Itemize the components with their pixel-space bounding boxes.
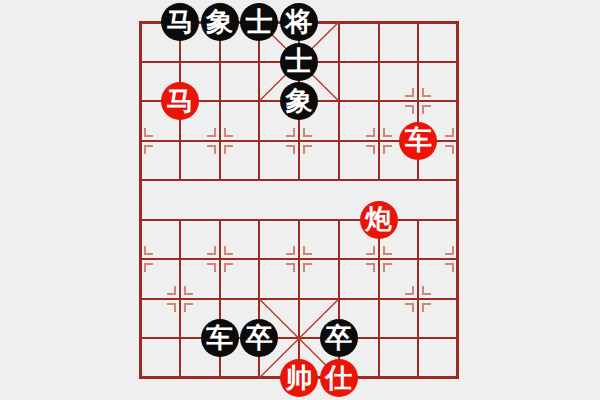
xiangqi-board: 马象士将士象马车炮车卒卒帅仕 [140, 22, 458, 378]
piece-black-advisor[interactable]: 士 [240, 3, 278, 41]
piece-red-horse[interactable]: 马 [161, 82, 199, 120]
piece-red-chariot[interactable]: 车 [399, 122, 437, 160]
piece-black-chariot[interactable]: 车 [201, 319, 239, 357]
pieces-layer: 马象士将士象马车炮车卒卒帅仕 [140, 22, 458, 378]
piece-glyph: 马 [166, 9, 193, 36]
piece-black-advisor[interactable]: 士 [280, 43, 318, 81]
piece-glyph: 马 [166, 88, 193, 115]
piece-glyph: 卒 [246, 325, 273, 352]
piece-black-general[interactable]: 将 [280, 3, 318, 41]
piece-black-elephant[interactable]: 象 [201, 3, 239, 41]
piece-glyph: 帅 [286, 365, 313, 392]
piece-glyph: 车 [405, 127, 432, 154]
piece-black-elephant[interactable]: 象 [280, 82, 318, 120]
piece-glyph: 士 [246, 9, 273, 36]
piece-black-soldier[interactable]: 卒 [320, 319, 358, 357]
piece-black-horse[interactable]: 马 [161, 3, 199, 41]
piece-black-soldier[interactable]: 卒 [240, 319, 278, 357]
piece-glyph: 士 [286, 48, 313, 75]
piece-red-advisor[interactable]: 仕 [320, 359, 358, 397]
piece-glyph: 卒 [325, 325, 352, 352]
piece-glyph: 炮 [365, 206, 392, 233]
piece-glyph: 仕 [325, 365, 352, 392]
piece-glyph: 象 [206, 9, 233, 36]
piece-glyph: 象 [286, 88, 313, 115]
piece-glyph: 将 [286, 9, 313, 36]
piece-glyph: 车 [206, 325, 233, 352]
piece-red-general[interactable]: 帅 [280, 359, 318, 397]
piece-red-cannon[interactable]: 炮 [360, 201, 398, 239]
xiangqi-app: 马象士将士象马车炮车卒卒帅仕 [0, 0, 600, 400]
